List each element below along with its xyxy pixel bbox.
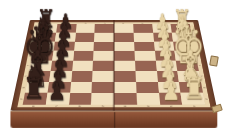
square-h2[interactable]: ♟ (159, 93, 183, 105)
coordinate-label: h (205, 98, 207, 100)
square-a6[interactable] (75, 24, 95, 33)
white-pawn[interactable]: ♟ (162, 79, 181, 103)
square-b3[interactable] (133, 33, 153, 42)
square-h5[interactable] (91, 93, 114, 105)
black-rook[interactable]: ♜ (23, 74, 45, 103)
brass-clasp-front-icon (211, 104, 223, 114)
white-rook[interactable]: ♜ (183, 74, 205, 103)
black-pawn[interactable]: ♟ (48, 79, 67, 103)
square-h3[interactable] (136, 93, 159, 105)
board-front-edge (10, 111, 217, 128)
square-b4[interactable] (114, 33, 134, 42)
square-a5[interactable] (95, 24, 114, 33)
square-h8[interactable]: ♜ (23, 93, 48, 105)
square-f6[interactable] (71, 71, 93, 82)
square-e5[interactable] (93, 61, 114, 71)
square-c6[interactable] (74, 42, 95, 51)
chessboard-scene: 87654321 87654321 abcdefgh abcdefgh ♜♟♟♜… (30, 20, 198, 128)
photo-canvas: 87654321 87654321 abcdefgh abcdefgh ♜♟♟♜… (0, 0, 228, 128)
square-f4[interactable] (114, 71, 136, 82)
square-b6[interactable] (74, 33, 94, 42)
brass-clasp-side-icon (209, 55, 219, 66)
square-g6[interactable] (69, 82, 92, 93)
square-h7[interactable]: ♟ (46, 93, 70, 105)
square-f3[interactable] (135, 71, 157, 82)
square-h4[interactable] (114, 93, 137, 105)
square-g3[interactable] (136, 82, 159, 93)
square-h1[interactable]: ♜ (181, 93, 206, 105)
square-c5[interactable] (94, 42, 114, 51)
square-b5[interactable] (94, 33, 114, 42)
square-e3[interactable] (135, 61, 157, 71)
square-c3[interactable] (134, 42, 155, 51)
square-c4[interactable] (114, 42, 134, 51)
square-h6[interactable] (68, 93, 91, 105)
square-e4[interactable] (114, 61, 135, 71)
square-g5[interactable] (92, 82, 114, 93)
square-d5[interactable] (93, 51, 114, 61)
chessboard: 87654321 87654321 abcdefgh abcdefgh ♜♟♟♜… (10, 20, 217, 111)
square-a3[interactable] (133, 24, 153, 33)
square-d3[interactable] (134, 51, 155, 61)
square-a4[interactable] (114, 24, 133, 33)
square-e6[interactable] (72, 61, 94, 71)
square-f5[interactable] (92, 71, 114, 82)
square-d4[interactable] (114, 51, 135, 61)
square-g4[interactable] (114, 82, 136, 93)
square-d6[interactable] (73, 51, 94, 61)
